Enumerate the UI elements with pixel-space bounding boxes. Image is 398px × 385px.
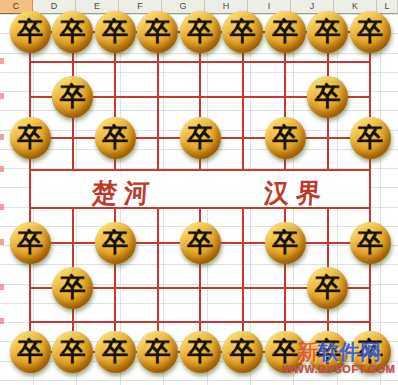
piece-soldier[interactable]: 卒 (95, 331, 136, 373)
piece-glyph: 卒 (272, 338, 298, 364)
row-label-remnant (0, 284, 4, 290)
piece-soldier[interactable]: 卒 (350, 331, 391, 373)
piece-glyph: 卒 (187, 338, 213, 364)
piece-glyph: 卒 (272, 18, 298, 44)
piece-glyph: 卒 (357, 229, 383, 255)
piece-soldier[interactable]: 卒 (265, 117, 306, 159)
excel-gridline-v (380, 14, 381, 385)
piece-soldier[interactable]: 卒 (222, 331, 263, 373)
piece-glyph: 卒 (315, 18, 341, 44)
piece-soldier[interactable]: 卒 (265, 222, 306, 264)
piece-soldier[interactable]: 卒 (52, 11, 93, 53)
piece-soldier[interactable]: 卒 (350, 117, 391, 159)
piece-soldier[interactable]: 卒 (307, 76, 348, 118)
piece-glyph: 卒 (145, 18, 171, 44)
row-label-remnant (0, 166, 4, 172)
piece-soldier[interactable]: 卒 (52, 331, 93, 373)
piece-glyph: 卒 (17, 338, 43, 364)
piece-soldier[interactable]: 卒 (52, 267, 93, 309)
row-label-remnant (0, 93, 4, 99)
piece-glyph: 卒 (272, 124, 298, 150)
row-label-remnant (0, 239, 4, 245)
row-label-remnant (0, 134, 4, 140)
piece-soldier[interactable]: 卒 (307, 331, 348, 373)
piece-glyph: 卒 (315, 83, 341, 109)
piece-soldier[interactable]: 卒 (180, 331, 221, 373)
piece-soldier[interactable]: 卒 (137, 331, 178, 373)
piece-soldier[interactable]: 卒 (95, 117, 136, 159)
piece-glyph: 卒 (17, 229, 43, 255)
piece-soldier[interactable]: 卒 (350, 222, 391, 264)
piece-soldier[interactable]: 卒 (265, 331, 306, 373)
piece-glyph: 卒 (230, 338, 256, 364)
piece-glyph: 卒 (187, 124, 213, 150)
piece-glyph: 卒 (102, 229, 128, 255)
piece-glyph: 卒 (315, 274, 341, 300)
piece-soldier[interactable]: 卒 (180, 117, 221, 159)
piece-glyph: 卒 (357, 338, 383, 364)
board-vline-edge (369, 31, 371, 353)
piece-glyph: 卒 (17, 124, 43, 150)
row-label-remnant (0, 318, 4, 324)
spreadsheet-xiangqi-board: CDEFGHIJKL 楚河 汉界 卒卒卒卒卒卒卒卒卒卒卒卒卒卒卒卒卒卒卒卒卒卒卒… (0, 0, 398, 385)
piece-soldier[interactable]: 卒 (10, 117, 51, 159)
piece-glyph: 卒 (272, 229, 298, 255)
piece-glyph: 卒 (17, 18, 43, 44)
piece-soldier[interactable]: 卒 (265, 11, 306, 53)
river-label-chu-he: 楚河 (91, 176, 157, 211)
excel-gridline-h (0, 380, 398, 381)
piece-glyph: 卒 (60, 83, 86, 109)
piece-soldier[interactable]: 卒 (52, 76, 93, 118)
piece-soldier[interactable]: 卒 (307, 11, 348, 53)
piece-glyph: 卒 (315, 338, 341, 364)
column-header-L[interactable]: L (377, 0, 398, 14)
river-label-han-jie: 汉界 (263, 176, 329, 211)
piece-soldier[interactable]: 卒 (350, 11, 391, 53)
piece-soldier[interactable]: 卒 (180, 11, 221, 53)
piece-glyph: 卒 (187, 18, 213, 44)
piece-glyph: 卒 (145, 338, 171, 364)
row-label-remnant (0, 204, 4, 210)
piece-glyph: 卒 (187, 229, 213, 255)
piece-soldier[interactable]: 卒 (95, 222, 136, 264)
piece-soldier[interactable]: 卒 (307, 267, 348, 309)
piece-soldier[interactable]: 卒 (95, 11, 136, 53)
piece-glyph: 卒 (230, 18, 256, 44)
piece-soldier[interactable]: 卒 (137, 11, 178, 53)
piece-glyph: 卒 (60, 274, 86, 300)
piece-glyph: 卒 (102, 18, 128, 44)
piece-soldier[interactable]: 卒 (10, 11, 51, 53)
piece-glyph: 卒 (60, 18, 86, 44)
piece-soldier[interactable]: 卒 (10, 331, 51, 373)
piece-soldier[interactable]: 卒 (222, 11, 263, 53)
piece-glyph: 卒 (102, 124, 128, 150)
piece-glyph: 卒 (102, 338, 128, 364)
piece-glyph: 卒 (60, 338, 86, 364)
piece-glyph: 卒 (357, 124, 383, 150)
piece-soldier[interactable]: 卒 (10, 222, 51, 264)
piece-glyph: 卒 (357, 18, 383, 44)
row-label-remnant (0, 58, 4, 64)
piece-soldier[interactable]: 卒 (180, 222, 221, 264)
board-vline-edge (29, 31, 31, 353)
